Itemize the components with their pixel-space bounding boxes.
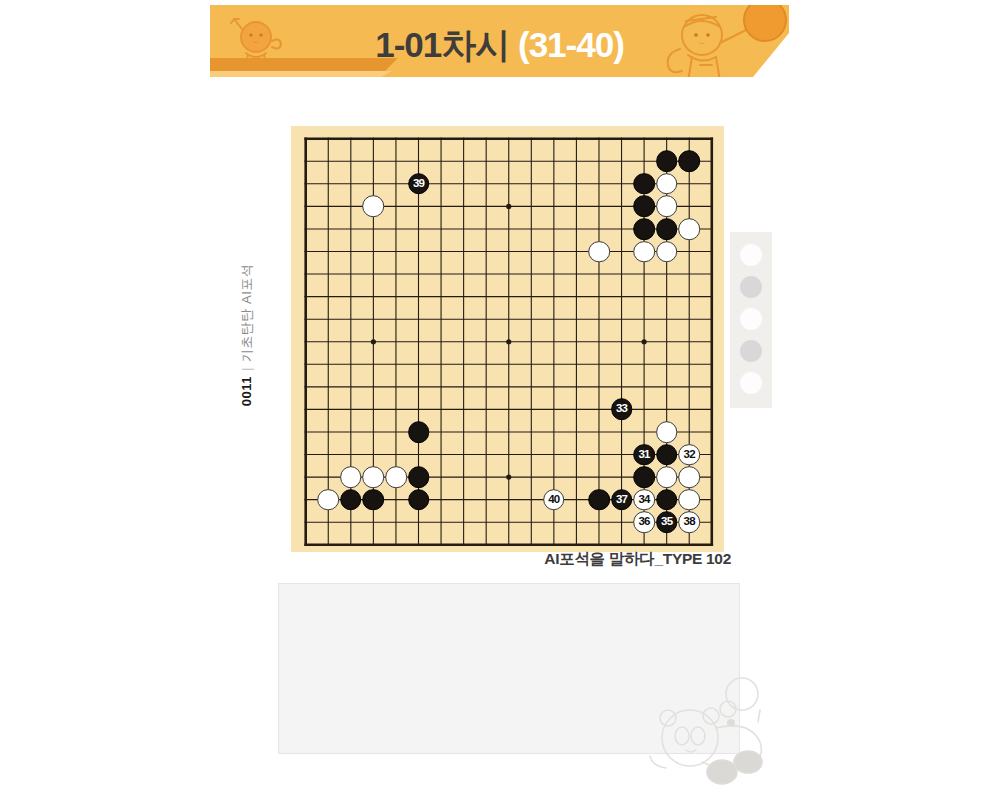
numbered-stone: 38 (678, 511, 700, 533)
stone (678, 489, 700, 511)
tray-stone (740, 372, 762, 394)
stone (408, 421, 430, 443)
stone (656, 241, 678, 263)
stone (317, 489, 339, 511)
header-banner: 1-01차시 (31-40) (210, 5, 789, 77)
move-number: 37 (616, 494, 627, 506)
stone (656, 173, 678, 195)
stone (633, 218, 655, 240)
book-page: 1-01차시 (31-40) 0011|기초탄탄 AI포석 3933313240… (0, 0, 1000, 806)
stone (633, 241, 655, 263)
page-title: 1-01차시 (31-40) (210, 22, 789, 69)
side-label-text: 기초탄탄 AI포석 (239, 264, 254, 362)
move-number: 33 (616, 404, 627, 416)
move-number: 38 (684, 516, 695, 528)
go-board: 39333132403734363538 (291, 126, 724, 552)
stone (656, 466, 678, 488)
stone (678, 150, 700, 172)
tray-stone (740, 308, 762, 330)
numbered-stone: 37 (611, 489, 633, 511)
stone (363, 196, 385, 218)
numbered-stone: 35 (656, 511, 678, 533)
stone (656, 196, 678, 218)
numbered-stone: 36 (633, 511, 655, 533)
stone (678, 466, 700, 488)
stone (588, 241, 610, 263)
move-number: 34 (638, 494, 649, 506)
tray-stone (740, 340, 762, 362)
page-title-main: 1-01차시 (375, 25, 509, 64)
move-number: 35 (661, 516, 672, 528)
tray-stone (740, 244, 762, 266)
move-number: 31 (638, 449, 649, 461)
numbered-stone: 32 (678, 444, 700, 466)
stone (340, 466, 362, 488)
stone (656, 444, 678, 466)
numbered-stone: 40 (543, 489, 565, 511)
stone (588, 489, 610, 511)
stone (408, 466, 430, 488)
panda-mascot-icon (638, 672, 783, 806)
stone (363, 466, 385, 488)
stone (363, 489, 385, 511)
numbered-stone: 33 (611, 399, 633, 421)
star-point (506, 204, 511, 209)
stone-tray (730, 232, 772, 408)
star-point (506, 339, 511, 344)
stone (656, 489, 678, 511)
move-number: 36 (638, 516, 649, 528)
numbered-stone: 39 (408, 173, 430, 195)
move-number: 39 (413, 178, 424, 190)
stone (656, 218, 678, 240)
stone (656, 421, 678, 443)
side-label-number: 0011 (239, 376, 254, 406)
side-label: 0011|기초탄탄 AI포석 (238, 264, 256, 407)
stone (678, 218, 700, 240)
tray-stone (740, 276, 762, 298)
stone (656, 150, 678, 172)
page-title-range: (31-40) (518, 25, 624, 64)
stone (633, 173, 655, 195)
banner-light-band (210, 71, 392, 77)
move-number: 40 (548, 494, 559, 506)
board-caption: AI포석을 말하다_TYPE 102 (0, 549, 731, 570)
star-point (506, 475, 511, 480)
stone (340, 489, 362, 511)
numbered-stone: 31 (633, 444, 655, 466)
stone (633, 466, 655, 488)
numbered-stone: 34 (633, 489, 655, 511)
star-point (642, 339, 647, 344)
move-number: 32 (684, 449, 695, 461)
stone (633, 196, 655, 218)
stone (408, 489, 430, 511)
stone (385, 466, 407, 488)
side-label-separator: | (239, 362, 254, 376)
star-point (371, 339, 376, 344)
